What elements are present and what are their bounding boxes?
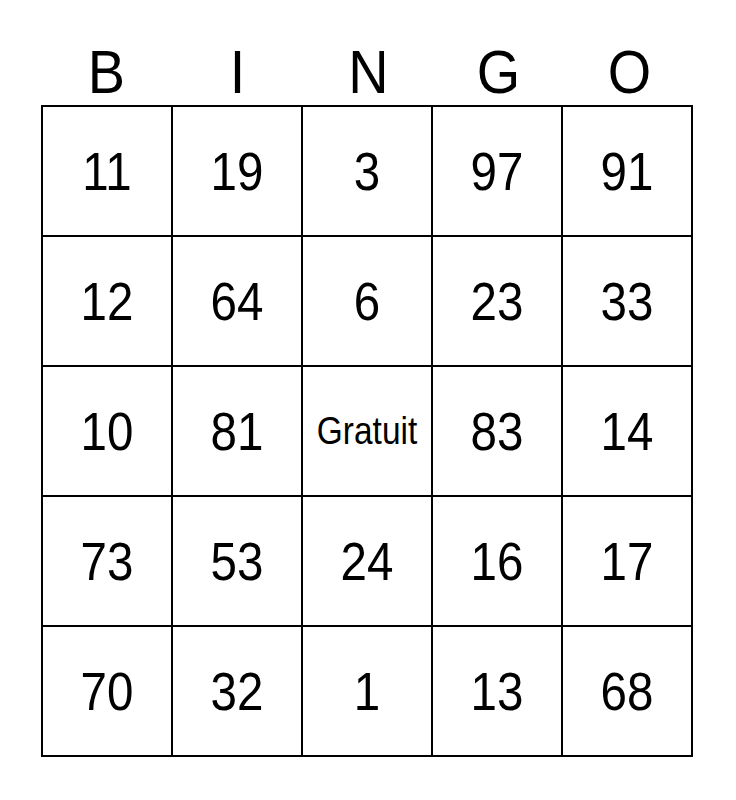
- bingo-cell-r3c4[interactable]: 17: [563, 497, 693, 627]
- bingo-cell-r3c0[interactable]: 73: [43, 497, 173, 627]
- bingo-cell-r2c1[interactable]: 81: [173, 367, 303, 497]
- cell-value: 13: [471, 664, 524, 718]
- cell-value: 16: [471, 534, 524, 588]
- cell-value: 64: [211, 274, 264, 328]
- bingo-cell-r3c2[interactable]: 24: [303, 497, 433, 627]
- bingo-cell-r4c0[interactable]: 70: [43, 627, 173, 757]
- bingo-header-letter-n: N: [309, 0, 427, 105]
- cell-value: 73: [81, 534, 134, 588]
- bingo-cell-r1c0[interactable]: 12: [43, 237, 173, 367]
- bingo-cell-r4c4[interactable]: 68: [563, 627, 693, 757]
- bingo-header-letter-b: B: [48, 0, 166, 105]
- bingo-cell-r2c3[interactable]: 83: [433, 367, 563, 497]
- bingo-cell-r0c2[interactable]: 3: [303, 107, 433, 237]
- cell-value: 17: [601, 534, 654, 588]
- cell-value: 83: [471, 404, 524, 458]
- cell-value: 32: [211, 664, 264, 718]
- bingo-board: 11 19 3 97 91 12 64 6 23 33 10 81 Gratui…: [41, 105, 693, 757]
- bingo-header-letter-o: O: [571, 0, 689, 105]
- bingo-cell-r0c4[interactable]: 91: [563, 107, 693, 237]
- bingo-cell-r4c2[interactable]: 1: [303, 627, 433, 757]
- free-cell-label: Gratuit: [317, 412, 417, 450]
- cell-value: 11: [82, 144, 131, 198]
- cell-value: 3: [354, 144, 380, 198]
- bingo-cell-r1c2[interactable]: 6: [303, 237, 433, 367]
- bingo-cell-r0c1[interactable]: 19: [173, 107, 303, 237]
- cell-value: 33: [601, 274, 654, 328]
- bingo-card: B I N G O 11 19 3 97 91 12 64 6 23 33 10…: [41, 0, 695, 757]
- cell-value: 81: [211, 404, 264, 458]
- cell-value: 10: [81, 404, 134, 458]
- bingo-cell-r3c3[interactable]: 16: [433, 497, 563, 627]
- bingo-cell-free[interactable]: Gratuit: [303, 367, 433, 497]
- cell-value: 14: [601, 404, 654, 458]
- cell-value: 12: [81, 274, 134, 328]
- bingo-cell-r0c0[interactable]: 11: [43, 107, 173, 237]
- cell-value: 23: [471, 274, 524, 328]
- cell-value: 68: [601, 664, 654, 718]
- bingo-cell-r2c4[interactable]: 14: [563, 367, 693, 497]
- cell-value: 53: [211, 534, 264, 588]
- bingo-header-row: B I N G O: [41, 0, 695, 105]
- bingo-header-letter-i: I: [178, 0, 296, 105]
- bingo-cell-r3c1[interactable]: 53: [173, 497, 303, 627]
- cell-value: 19: [211, 144, 264, 198]
- bingo-cell-r4c3[interactable]: 13: [433, 627, 563, 757]
- bingo-cell-r2c0[interactable]: 10: [43, 367, 173, 497]
- cell-value: 24: [341, 534, 394, 588]
- bingo-cell-r4c1[interactable]: 32: [173, 627, 303, 757]
- bingo-cell-r1c3[interactable]: 23: [433, 237, 563, 367]
- cell-value: 6: [354, 274, 380, 328]
- bingo-header-letter-g: G: [440, 0, 558, 105]
- cell-value: 1: [354, 664, 380, 718]
- cell-value: 97: [471, 144, 524, 198]
- cell-value: 70: [81, 664, 134, 718]
- bingo-cell-r1c1[interactable]: 64: [173, 237, 303, 367]
- bingo-cell-r1c4[interactable]: 33: [563, 237, 693, 367]
- bingo-cell-r0c3[interactable]: 97: [433, 107, 563, 237]
- cell-value: 91: [601, 144, 654, 198]
